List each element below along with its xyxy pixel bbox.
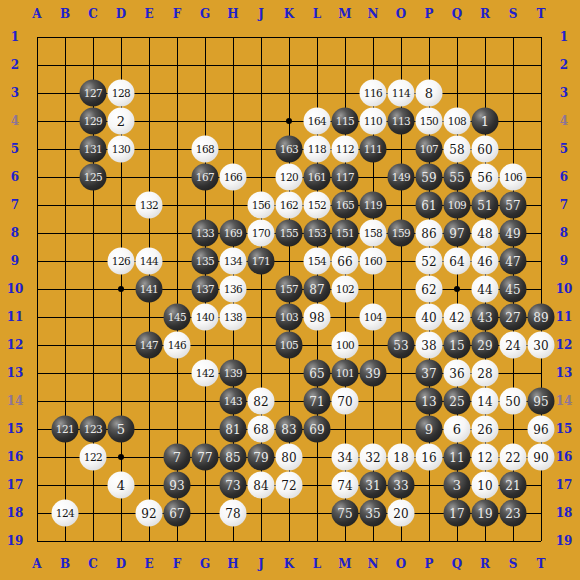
stone-move-number: 133 bbox=[196, 228, 215, 239]
stone-black-167-G6: 167 bbox=[192, 164, 219, 191]
stone-move-number: 47 bbox=[505, 255, 520, 267]
col-label-bottom-R: R bbox=[475, 555, 495, 573]
col-label-top-A: A bbox=[27, 5, 47, 23]
stone-move-number: 37 bbox=[421, 367, 436, 379]
stone-move-number: 112 bbox=[336, 144, 355, 155]
stone-white-10-R17: 10 bbox=[472, 472, 499, 499]
row-label-left-7: 7 bbox=[2, 196, 28, 214]
stone-black-53-O12: 53 bbox=[388, 332, 415, 359]
stone-move-number: 167 bbox=[196, 172, 215, 183]
stone-move-number: 89 bbox=[533, 311, 548, 323]
stone-white-166-H6: 166 bbox=[220, 164, 247, 191]
col-label-bottom-S: S bbox=[503, 555, 523, 573]
stone-black-159-O8: 159 bbox=[388, 220, 415, 247]
stone-move-number: 114 bbox=[392, 88, 411, 99]
stone-move-number: 28 bbox=[477, 367, 492, 379]
stone-black-121-B15: 121 bbox=[52, 416, 79, 443]
stone-move-number: 110 bbox=[364, 116, 383, 127]
stone-black-43-R11: 43 bbox=[472, 304, 499, 331]
col-label-top-F: F bbox=[167, 5, 187, 23]
stone-move-number: 35 bbox=[365, 507, 380, 519]
stone-black-61-P7: 61 bbox=[416, 192, 443, 219]
stone-move-number: 100 bbox=[336, 340, 355, 351]
stone-move-number: 80 bbox=[281, 451, 296, 463]
stone-white-92-E18: 92 bbox=[136, 500, 163, 527]
stone-black-27-S11: 27 bbox=[500, 304, 527, 331]
stone-black-9-P15: 9 bbox=[416, 416, 443, 443]
stone-move-number: 57 bbox=[505, 199, 520, 211]
stone-move-number: 3 bbox=[453, 479, 461, 492]
stone-white-28-R13: 28 bbox=[472, 360, 499, 387]
stone-white-44-R10: 44 bbox=[472, 276, 499, 303]
col-label-top-Q: Q bbox=[447, 5, 467, 23]
col-label-top-J: J bbox=[251, 5, 271, 23]
stone-move-number: 27 bbox=[505, 311, 520, 323]
stone-move-number: 170 bbox=[252, 228, 271, 239]
col-label-bottom-H: H bbox=[223, 555, 243, 573]
stone-white-32-N16: 32 bbox=[360, 444, 387, 471]
stone-white-134-H9: 134 bbox=[220, 248, 247, 275]
col-label-top-H: H bbox=[223, 5, 243, 23]
stone-white-84-J17: 84 bbox=[248, 472, 275, 499]
stone-move-number: 6 bbox=[453, 423, 461, 436]
stone-black-73-H17: 73 bbox=[220, 472, 247, 499]
stone-white-2-D4: 2 bbox=[108, 108, 135, 135]
stone-black-65-L13: 65 bbox=[304, 360, 331, 387]
hoshi-point-Q10 bbox=[454, 286, 460, 292]
row-label-left-5: 5 bbox=[2, 140, 28, 158]
stone-white-6-Q15: 6 bbox=[444, 416, 471, 443]
stone-black-147-E12: 147 bbox=[136, 332, 163, 359]
stone-black-29-R12: 29 bbox=[472, 332, 499, 359]
stone-move-number: 95 bbox=[533, 395, 548, 407]
col-label-bottom-G: G bbox=[195, 555, 215, 573]
stone-move-number: 108 bbox=[448, 116, 467, 127]
stone-move-number: 98 bbox=[309, 311, 324, 323]
stone-white-128-D3: 128 bbox=[108, 80, 135, 107]
stone-move-number: 9 bbox=[425, 423, 433, 436]
stone-move-number: 82 bbox=[253, 395, 268, 407]
stone-move-number: 168 bbox=[196, 144, 215, 155]
stone-black-45-S10: 45 bbox=[500, 276, 527, 303]
row-label-right-17: 17 bbox=[550, 476, 578, 494]
col-label-top-G: G bbox=[195, 5, 215, 23]
stone-black-37-P13: 37 bbox=[416, 360, 443, 387]
col-label-top-S: S bbox=[503, 5, 523, 23]
row-label-right-16: 16 bbox=[550, 448, 578, 466]
stone-black-23-S18: 23 bbox=[500, 500, 527, 527]
stone-white-102-M10: 102 bbox=[332, 276, 359, 303]
stone-white-16-P16: 16 bbox=[416, 444, 443, 471]
stone-black-135-G9: 135 bbox=[192, 248, 219, 275]
stone-black-133-G8: 133 bbox=[192, 220, 219, 247]
stone-move-number: 45 bbox=[505, 283, 520, 295]
stone-move-number: 64 bbox=[449, 255, 464, 267]
stone-white-114-O3: 114 bbox=[388, 80, 415, 107]
stone-move-number: 7 bbox=[173, 451, 181, 464]
stone-white-24-S12: 24 bbox=[500, 332, 527, 359]
stone-move-number: 162 bbox=[280, 200, 299, 211]
stone-black-67-F18: 67 bbox=[164, 500, 191, 527]
stone-move-number: 40 bbox=[421, 311, 436, 323]
stone-white-132-E7: 132 bbox=[136, 192, 163, 219]
stone-move-number: 61 bbox=[421, 199, 436, 211]
stone-move-number: 127 bbox=[84, 88, 103, 99]
stone-black-107-P5: 107 bbox=[416, 136, 443, 163]
stone-black-87-L10: 87 bbox=[304, 276, 331, 303]
stone-move-number: 107 bbox=[420, 144, 439, 155]
row-label-left-9: 9 bbox=[2, 252, 28, 270]
stone-move-number: 67 bbox=[169, 507, 184, 519]
stone-white-130-D5: 130 bbox=[108, 136, 135, 163]
col-label-bottom-M: M bbox=[335, 555, 355, 573]
row-label-right-15: 15 bbox=[550, 420, 578, 438]
stone-black-55-Q6: 55 bbox=[444, 164, 471, 191]
stone-move-number: 4 bbox=[117, 479, 125, 492]
stone-black-157-K10: 157 bbox=[276, 276, 303, 303]
stone-black-115-M4: 115 bbox=[332, 108, 359, 135]
stone-white-14-R14: 14 bbox=[472, 388, 499, 415]
row-label-left-8: 8 bbox=[2, 224, 28, 242]
stone-black-137-G10: 137 bbox=[192, 276, 219, 303]
stone-black-171-J9: 171 bbox=[248, 248, 275, 275]
stone-move-number: 5 bbox=[117, 423, 125, 436]
stone-move-number: 77 bbox=[197, 451, 212, 463]
stone-move-number: 32 bbox=[365, 451, 380, 463]
stone-move-number: 109 bbox=[448, 200, 467, 211]
stone-move-number: 145 bbox=[168, 312, 187, 323]
stone-black-143-H14: 143 bbox=[220, 388, 247, 415]
stone-black-21-S17: 21 bbox=[500, 472, 527, 499]
stone-move-number: 156 bbox=[252, 200, 271, 211]
stone-move-number: 56 bbox=[477, 171, 492, 183]
stone-black-83-K15: 83 bbox=[276, 416, 303, 443]
stone-black-139-H13: 139 bbox=[220, 360, 247, 387]
stone-move-number: 44 bbox=[477, 283, 492, 295]
stone-black-97-Q8: 97 bbox=[444, 220, 471, 247]
stone-black-103-K11: 103 bbox=[276, 304, 303, 331]
stone-black-77-G16: 77 bbox=[192, 444, 219, 471]
stone-move-number: 17 bbox=[449, 507, 464, 519]
stone-black-119-N7: 119 bbox=[360, 192, 387, 219]
col-label-top-O: O bbox=[391, 5, 411, 23]
stone-black-15-Q12: 15 bbox=[444, 332, 471, 359]
stone-move-number: 25 bbox=[449, 395, 464, 407]
stone-black-71-L14: 71 bbox=[304, 388, 331, 415]
stone-move-number: 152 bbox=[308, 200, 327, 211]
stone-white-42-Q11: 42 bbox=[444, 304, 471, 331]
stone-move-number: 146 bbox=[168, 340, 187, 351]
stone-black-49-S8: 49 bbox=[500, 220, 527, 247]
stone-white-104-N11: 104 bbox=[360, 304, 387, 331]
stone-move-number: 119 bbox=[364, 200, 383, 211]
stone-white-124-B18: 124 bbox=[52, 500, 79, 527]
stone-white-60-R5: 60 bbox=[472, 136, 499, 163]
stone-white-170-J8: 170 bbox=[248, 220, 275, 247]
stone-white-160-N9: 160 bbox=[360, 248, 387, 275]
stone-white-158-N8: 158 bbox=[360, 220, 387, 247]
stone-move-number: 93 bbox=[169, 479, 184, 491]
stone-move-number: 140 bbox=[196, 312, 215, 323]
stone-white-70-M14: 70 bbox=[332, 388, 359, 415]
row-label-left-15: 15 bbox=[2, 420, 28, 438]
stone-move-number: 18 bbox=[393, 451, 408, 463]
stone-black-11-Q16: 11 bbox=[444, 444, 471, 471]
stone-move-number: 81 bbox=[225, 423, 240, 435]
stone-white-118-L5: 118 bbox=[304, 136, 331, 163]
stone-move-number: 153 bbox=[308, 228, 327, 239]
stone-move-number: 132 bbox=[140, 200, 159, 211]
stone-move-number: 128 bbox=[112, 88, 131, 99]
row-label-right-5: 5 bbox=[550, 140, 578, 158]
col-label-top-D: D bbox=[111, 5, 131, 23]
stone-move-number: 106 bbox=[504, 172, 523, 183]
stone-black-7-F16: 7 bbox=[164, 444, 191, 471]
stone-black-131-C5: 131 bbox=[80, 136, 107, 163]
row-label-left-11: 11 bbox=[2, 308, 28, 326]
stone-white-150-P4: 150 bbox=[416, 108, 443, 135]
col-label-bottom-N: N bbox=[363, 555, 383, 573]
stone-black-101-M13: 101 bbox=[332, 360, 359, 387]
stone-move-number: 90 bbox=[533, 451, 548, 463]
stone-white-78-H18: 78 bbox=[220, 500, 247, 527]
col-label-bottom-C: C bbox=[83, 555, 103, 573]
stone-move-number: 157 bbox=[280, 284, 299, 295]
row-label-right-14: 14 bbox=[550, 392, 578, 410]
stone-move-number: 69 bbox=[309, 423, 324, 435]
stone-move-number: 92 bbox=[141, 507, 156, 519]
row-label-right-9: 9 bbox=[550, 252, 578, 270]
stone-move-number: 155 bbox=[280, 228, 299, 239]
row-label-right-19: 19 bbox=[550, 532, 578, 550]
stone-move-number: 141 bbox=[140, 284, 159, 295]
stone-white-48-R8: 48 bbox=[472, 220, 499, 247]
stone-move-number: 102 bbox=[336, 284, 355, 295]
stone-move-number: 59 bbox=[421, 171, 436, 183]
go-kifu-diagram: 1234567891011121314151617181920212223242… bbox=[0, 0, 580, 580]
stone-move-number: 160 bbox=[364, 256, 383, 267]
stone-move-number: 72 bbox=[281, 479, 296, 491]
row-label-left-6: 6 bbox=[2, 168, 28, 186]
stone-white-68-J15: 68 bbox=[248, 416, 275, 443]
stone-white-138-H11: 138 bbox=[220, 304, 247, 331]
stone-black-5-D15: 5 bbox=[108, 416, 135, 443]
stone-white-46-R9: 46 bbox=[472, 248, 499, 275]
stone-move-number: 87 bbox=[309, 283, 324, 295]
stone-white-110-N4: 110 bbox=[360, 108, 387, 135]
stone-black-165-M7: 165 bbox=[332, 192, 359, 219]
stone-white-146-F12: 146 bbox=[164, 332, 191, 359]
stone-move-number: 29 bbox=[477, 339, 492, 351]
stone-move-number: 171 bbox=[252, 256, 271, 267]
stone-move-number: 150 bbox=[420, 116, 439, 127]
col-label-top-C: C bbox=[83, 5, 103, 23]
stone-move-number: 163 bbox=[280, 144, 299, 155]
row-label-right-2: 2 bbox=[550, 56, 578, 74]
stone-black-13-P14: 13 bbox=[416, 388, 443, 415]
stone-move-number: 158 bbox=[364, 228, 383, 239]
stone-move-number: 113 bbox=[392, 116, 411, 127]
stone-white-74-M17: 74 bbox=[332, 472, 359, 499]
stone-black-149-O6: 149 bbox=[388, 164, 415, 191]
stone-black-85-H16: 85 bbox=[220, 444, 247, 471]
stone-move-number: 143 bbox=[224, 396, 243, 407]
stone-move-number: 122 bbox=[84, 452, 103, 463]
stone-white-86-P8: 86 bbox=[416, 220, 443, 247]
stone-move-number: 134 bbox=[224, 256, 243, 267]
row-label-right-4: 4 bbox=[550, 112, 578, 130]
stone-move-number: 58 bbox=[449, 143, 464, 155]
col-label-bottom-T: T bbox=[531, 555, 551, 573]
stone-black-19-R18: 19 bbox=[472, 500, 499, 527]
stone-black-57-S7: 57 bbox=[500, 192, 527, 219]
stone-move-number: 66 bbox=[337, 255, 352, 267]
stone-move-number: 2 bbox=[117, 115, 125, 128]
stone-move-number: 135 bbox=[196, 256, 215, 267]
stone-black-33-O17: 33 bbox=[388, 472, 415, 499]
stone-white-50-S14: 50 bbox=[500, 388, 527, 415]
stone-move-number: 131 bbox=[84, 144, 103, 155]
stone-white-36-Q13: 36 bbox=[444, 360, 471, 387]
stone-white-106-S6: 106 bbox=[500, 164, 527, 191]
stone-move-number: 51 bbox=[477, 199, 492, 211]
row-label-left-13: 13 bbox=[2, 364, 28, 382]
stone-white-156-J7: 156 bbox=[248, 192, 275, 219]
hoshi-point-D16 bbox=[118, 454, 124, 460]
row-label-left-1: 1 bbox=[2, 28, 28, 46]
row-label-right-10: 10 bbox=[550, 280, 578, 298]
col-label-top-T: T bbox=[531, 5, 551, 23]
col-label-top-E: E bbox=[139, 5, 159, 23]
stone-move-number: 120 bbox=[280, 172, 299, 183]
stone-black-17-Q18: 17 bbox=[444, 500, 471, 527]
stone-move-number: 126 bbox=[112, 256, 131, 267]
stone-move-number: 52 bbox=[421, 255, 436, 267]
col-label-top-B: B bbox=[55, 5, 75, 23]
stone-move-number: 53 bbox=[393, 339, 408, 351]
stone-move-number: 22 bbox=[505, 451, 520, 463]
stone-move-number: 46 bbox=[477, 255, 492, 267]
stone-move-number: 79 bbox=[253, 451, 268, 463]
stone-move-number: 111 bbox=[364, 144, 383, 155]
col-label-bottom-D: D bbox=[111, 555, 131, 573]
stone-move-number: 38 bbox=[421, 339, 436, 351]
stone-white-100-M12: 100 bbox=[332, 332, 359, 359]
stone-move-number: 26 bbox=[477, 423, 492, 435]
stone-move-number: 74 bbox=[337, 479, 352, 491]
stone-white-64-Q9: 64 bbox=[444, 248, 471, 275]
col-label-top-P: P bbox=[419, 5, 439, 23]
col-label-bottom-F: F bbox=[167, 555, 187, 573]
stone-black-151-M8: 151 bbox=[332, 220, 359, 247]
stone-move-number: 34 bbox=[337, 451, 352, 463]
stone-white-80-K16: 80 bbox=[276, 444, 303, 471]
hoshi-point-K4 bbox=[286, 118, 292, 124]
stone-black-59-P6: 59 bbox=[416, 164, 443, 191]
stone-white-26-R15: 26 bbox=[472, 416, 499, 443]
stone-black-155-K8: 155 bbox=[276, 220, 303, 247]
stone-move-number: 84 bbox=[253, 479, 268, 491]
row-label-left-18: 18 bbox=[2, 504, 28, 522]
stone-white-164-L4: 164 bbox=[304, 108, 331, 135]
stone-move-number: 96 bbox=[533, 423, 548, 435]
stone-white-162-K7: 162 bbox=[276, 192, 303, 219]
stone-white-108-Q4: 108 bbox=[444, 108, 471, 135]
stone-black-81-H15: 81 bbox=[220, 416, 247, 443]
stone-white-112-M5: 112 bbox=[332, 136, 359, 163]
stone-black-93-F17: 93 bbox=[164, 472, 191, 499]
stone-white-22-S16: 22 bbox=[500, 444, 527, 471]
stone-move-number: 43 bbox=[477, 311, 492, 323]
stone-black-69-L15: 69 bbox=[304, 416, 331, 443]
col-label-top-L: L bbox=[307, 5, 327, 23]
stone-white-142-G13: 142 bbox=[192, 360, 219, 387]
stone-white-116-N3: 116 bbox=[360, 80, 387, 107]
stone-move-number: 12 bbox=[477, 451, 492, 463]
stone-move-number: 49 bbox=[505, 227, 520, 239]
stone-black-113-O4: 113 bbox=[388, 108, 415, 135]
stone-move-number: 125 bbox=[84, 172, 103, 183]
stone-white-168-G5: 168 bbox=[192, 136, 219, 163]
stone-move-number: 118 bbox=[308, 144, 327, 155]
col-label-bottom-K: K bbox=[279, 555, 299, 573]
stone-white-8-P3: 8 bbox=[416, 80, 443, 107]
row-label-left-14: 14 bbox=[2, 392, 28, 410]
stone-black-35-N18: 35 bbox=[360, 500, 387, 527]
stone-white-34-M16: 34 bbox=[332, 444, 359, 471]
row-label-right-6: 6 bbox=[550, 168, 578, 186]
stone-white-136-H10: 136 bbox=[220, 276, 247, 303]
stone-move-number: 105 bbox=[280, 340, 299, 351]
stone-move-number: 130 bbox=[112, 144, 131, 155]
stone-move-number: 117 bbox=[336, 172, 355, 183]
stone-move-number: 62 bbox=[421, 283, 436, 295]
stone-white-4-D17: 4 bbox=[108, 472, 135, 499]
stone-move-number: 24 bbox=[505, 339, 520, 351]
stone-white-58-Q5: 58 bbox=[444, 136, 471, 163]
stone-move-number: 86 bbox=[421, 227, 436, 239]
stone-white-126-D9: 126 bbox=[108, 248, 135, 275]
stone-move-number: 21 bbox=[505, 479, 520, 491]
stone-move-number: 138 bbox=[224, 312, 243, 323]
stone-move-number: 30 bbox=[533, 339, 548, 351]
stone-black-39-N13: 39 bbox=[360, 360, 387, 387]
stone-move-number: 39 bbox=[365, 367, 380, 379]
stone-black-161-L6: 161 bbox=[304, 164, 331, 191]
stone-white-52-P9: 52 bbox=[416, 248, 443, 275]
stone-black-25-Q14: 25 bbox=[444, 388, 471, 415]
stone-move-number: 42 bbox=[449, 311, 464, 323]
stone-black-153-L8: 153 bbox=[304, 220, 331, 247]
stone-move-number: 48 bbox=[477, 227, 492, 239]
stone-move-number: 71 bbox=[309, 395, 324, 407]
stone-move-number: 60 bbox=[477, 143, 492, 155]
stone-black-31-N17: 31 bbox=[360, 472, 387, 499]
stone-move-number: 70 bbox=[337, 395, 352, 407]
stone-white-72-K17: 72 bbox=[276, 472, 303, 499]
stone-black-125-C6: 125 bbox=[80, 164, 107, 191]
stone-white-18-O16: 18 bbox=[388, 444, 415, 471]
stone-move-number: 129 bbox=[84, 116, 103, 127]
row-label-right-3: 3 bbox=[550, 84, 578, 102]
stone-move-number: 20 bbox=[393, 507, 408, 519]
stone-move-number: 36 bbox=[449, 367, 464, 379]
row-label-left-4: 4 bbox=[2, 112, 28, 130]
stone-move-number: 73 bbox=[225, 479, 240, 491]
row-label-right-13: 13 bbox=[550, 364, 578, 382]
stone-white-56-R6: 56 bbox=[472, 164, 499, 191]
stone-black-79-J16: 79 bbox=[248, 444, 275, 471]
